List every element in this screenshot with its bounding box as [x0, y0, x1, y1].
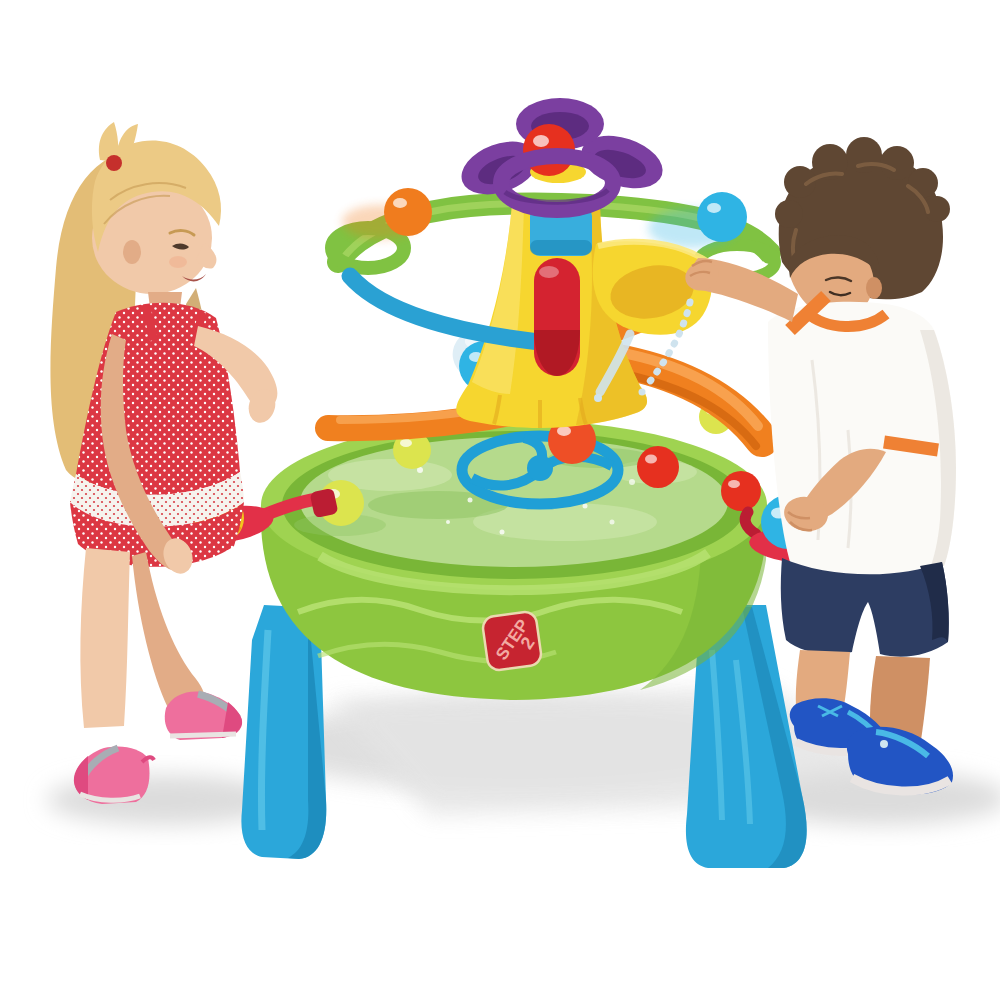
ball-orange-on-track: [384, 188, 432, 236]
girl-hair-tie: [106, 155, 122, 171]
step2-logo: STEP 2: [482, 611, 543, 672]
ball-red-1: [637, 446, 679, 488]
girl-ear: [123, 240, 141, 264]
ball-blue-on-track: [697, 192, 747, 242]
boy-right-sleeve-trim: [884, 442, 938, 450]
ball-red-2: [721, 471, 761, 511]
boy-shoe-right-lace-knot: [880, 740, 888, 748]
girl-cheek: [169, 256, 187, 268]
spinner-hub: [527, 455, 553, 481]
boy-ear: [866, 277, 882, 299]
scene-canvas: STEP 2: [0, 0, 1000, 1000]
girl-left-leg: [80, 548, 130, 728]
product-photo: STEP 2: [0, 0, 1000, 1000]
water-table: STEP 2: [261, 420, 767, 700]
